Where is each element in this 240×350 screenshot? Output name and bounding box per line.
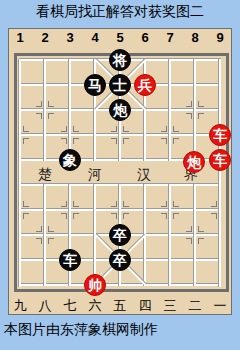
point-mark	[23, 126, 29, 132]
point-mark	[61, 213, 67, 219]
point-mark	[198, 226, 204, 232]
point-mark	[186, 113, 192, 119]
point-mark	[23, 138, 29, 144]
point-mark	[211, 201, 217, 207]
black-soldier[interactable]: 卒	[109, 249, 131, 271]
point-mark	[111, 138, 117, 144]
point-mark	[161, 138, 167, 144]
point-mark	[198, 101, 204, 107]
file-label-top: 1	[10, 32, 30, 44]
caption: 本图片由东萍象棋网制作	[4, 321, 158, 339]
file-label-top: 6	[135, 32, 155, 44]
file-label-bottom: 五	[110, 299, 130, 313]
point-mark	[73, 138, 79, 144]
point-mark	[48, 238, 54, 244]
point-mark	[111, 126, 117, 132]
point-mark	[36, 226, 42, 232]
red-soldier[interactable]: 兵	[134, 74, 156, 96]
file-label-top: 3	[60, 32, 80, 44]
grid-line	[19, 59, 21, 287]
point-mark	[48, 113, 54, 119]
point-mark	[173, 138, 179, 144]
black-horse[interactable]: 马	[84, 74, 106, 96]
grid-line	[194, 59, 196, 161]
grid-line	[69, 59, 71, 161]
point-mark	[123, 213, 129, 219]
black-advisor[interactable]: 士	[109, 74, 131, 96]
point-mark	[186, 238, 192, 244]
point-mark	[173, 201, 179, 207]
point-mark	[36, 238, 42, 244]
red-chariot[interactable]: 车	[209, 149, 231, 171]
point-mark	[61, 138, 67, 144]
point-mark	[36, 113, 42, 119]
grid-line	[169, 184, 171, 286]
point-mark	[73, 126, 79, 132]
point-mark	[198, 238, 204, 244]
point-mark	[36, 101, 42, 107]
point-mark	[61, 201, 67, 207]
page-title: 看棋局找正解答对获奖图二	[0, 3, 240, 21]
file-label-top: 2	[35, 32, 55, 44]
file-label-top: 8	[185, 32, 205, 44]
river-text: 楚	[37, 166, 53, 182]
point-mark	[48, 226, 54, 232]
point-mark	[173, 213, 179, 219]
red-general[interactable]: 帅	[84, 274, 106, 296]
point-mark	[211, 213, 217, 219]
grid-line	[194, 184, 196, 286]
point-mark	[123, 201, 129, 207]
file-label-bottom: 四	[135, 299, 155, 313]
file-label-bottom: 三	[160, 299, 180, 313]
black-chariot[interactable]: 车	[59, 249, 81, 271]
river-text: 汉	[136, 166, 152, 182]
point-mark	[73, 213, 79, 219]
point-mark	[161, 201, 167, 207]
file-label-bottom: 二	[185, 299, 205, 313]
point-mark	[161, 213, 167, 219]
point-mark	[173, 126, 179, 132]
file-label-bottom: 六	[85, 299, 105, 313]
point-mark	[123, 138, 129, 144]
grid-line	[44, 184, 46, 286]
point-mark	[23, 201, 29, 207]
page: 看棋局找正解答对获奖图二 123456789九八七六五四三二一 楚河汉界 将马士…	[0, 0, 240, 350]
point-mark	[186, 101, 192, 107]
point-mark	[48, 101, 54, 107]
file-label-top: 4	[85, 32, 105, 44]
point-mark	[61, 126, 67, 132]
red-chariot[interactable]: 车	[209, 124, 231, 146]
point-mark	[73, 201, 79, 207]
point-mark	[111, 213, 117, 219]
file-label-top: 5	[110, 32, 130, 44]
grid-line	[44, 59, 46, 161]
point-mark	[186, 226, 192, 232]
file-label-bottom: 八	[35, 299, 55, 313]
file-label-bottom: 七	[60, 299, 80, 313]
point-mark	[23, 213, 29, 219]
grid-line	[169, 59, 171, 161]
file-label-bottom: 九	[10, 299, 30, 313]
black-elephant[interactable]: 象	[59, 149, 81, 171]
grid-line	[219, 59, 221, 287]
point-mark	[111, 201, 117, 207]
point-mark	[123, 126, 129, 132]
file-label-top: 9	[210, 32, 230, 44]
red-cannon[interactable]: 炮	[183, 151, 205, 173]
black-soldier[interactable]: 卒	[109, 224, 131, 246]
point-mark	[198, 113, 204, 119]
file-label-top: 7	[160, 32, 180, 44]
river-text: 河	[87, 166, 103, 182]
file-label-bottom: 一	[210, 299, 230, 313]
black-general[interactable]: 将	[109, 49, 131, 71]
point-mark	[161, 126, 167, 132]
black-cannon[interactable]: 炮	[109, 99, 131, 121]
